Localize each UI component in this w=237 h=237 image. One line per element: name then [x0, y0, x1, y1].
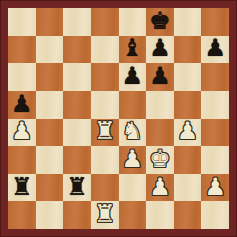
square-g2[interactable]: [174, 174, 202, 202]
white-pawn[interactable]: ♟: [149, 175, 171, 199]
square-e8[interactable]: [119, 8, 147, 36]
square-f1[interactable]: [146, 201, 174, 229]
square-g3[interactable]: [174, 146, 202, 174]
square-d2[interactable]: [91, 174, 119, 202]
square-a2[interactable]: ♜: [8, 174, 36, 202]
square-g1[interactable]: [174, 201, 202, 229]
square-c4[interactable]: [63, 119, 91, 147]
white-pawn[interactable]: ♟: [11, 119, 33, 143]
square-g7[interactable]: [174, 36, 202, 64]
square-d4[interactable]: ♜: [91, 119, 119, 147]
square-d3[interactable]: [91, 146, 119, 174]
square-f7[interactable]: ♟: [146, 36, 174, 64]
square-c5[interactable]: [63, 91, 91, 119]
square-e5[interactable]: [119, 91, 147, 119]
square-b5[interactable]: [36, 91, 64, 119]
square-f8[interactable]: ♚: [146, 8, 174, 36]
square-a1[interactable]: [8, 201, 36, 229]
black-pawn[interactable]: ♟: [11, 92, 33, 116]
square-d6[interactable]: [91, 63, 119, 91]
square-h2[interactable]: ♟: [201, 174, 229, 202]
square-a6[interactable]: [8, 63, 36, 91]
square-a8[interactable]: [8, 8, 36, 36]
square-c1[interactable]: [63, 201, 91, 229]
square-e1[interactable]: [119, 201, 147, 229]
black-pawn[interactable]: ♟: [122, 64, 144, 88]
square-b4[interactable]: [36, 119, 64, 147]
square-b8[interactable]: [36, 8, 64, 36]
black-rook[interactable]: ♜: [66, 175, 88, 199]
square-e4[interactable]: ♞: [119, 119, 147, 147]
white-pawn[interactable]: ♟: [204, 175, 226, 199]
square-e2[interactable]: [119, 174, 147, 202]
square-h6[interactable]: [201, 63, 229, 91]
white-rook[interactable]: ♜: [94, 119, 116, 143]
square-d8[interactable]: [91, 8, 119, 36]
square-g6[interactable]: [174, 63, 202, 91]
black-pawn[interactable]: ♟: [149, 36, 171, 60]
black-pawn[interactable]: ♟: [204, 36, 226, 60]
square-g8[interactable]: [174, 8, 202, 36]
square-a3[interactable]: [8, 146, 36, 174]
square-c8[interactable]: [63, 8, 91, 36]
square-c3[interactable]: [63, 146, 91, 174]
square-d1[interactable]: ♜: [91, 201, 119, 229]
square-h1[interactable]: [201, 201, 229, 229]
chess-board: ♚♝♟♟♟♟♟♟♜♞♟♟♚♜♜♟♟♜: [8, 8, 229, 229]
square-e3[interactable]: ♟: [119, 146, 147, 174]
black-king[interactable]: ♚: [149, 9, 171, 33]
square-a5[interactable]: ♟: [8, 91, 36, 119]
board-frame: ♚♝♟♟♟♟♟♟♜♞♟♟♚♜♜♟♟♜: [0, 0, 237, 237]
square-a7[interactable]: [8, 36, 36, 64]
square-h4[interactable]: [201, 119, 229, 147]
square-d5[interactable]: [91, 91, 119, 119]
white-rook[interactable]: ♜: [94, 202, 116, 226]
white-pawn[interactable]: ♟: [122, 147, 144, 171]
square-e7[interactable]: ♝: [119, 36, 147, 64]
square-h5[interactable]: [201, 91, 229, 119]
white-knight[interactable]: ♞: [122, 119, 144, 143]
square-f3[interactable]: ♚: [146, 146, 174, 174]
square-e6[interactable]: ♟: [119, 63, 147, 91]
square-c6[interactable]: [63, 63, 91, 91]
square-b7[interactable]: [36, 36, 64, 64]
square-g5[interactable]: [174, 91, 202, 119]
square-h7[interactable]: ♟: [201, 36, 229, 64]
white-pawn[interactable]: ♟: [177, 119, 199, 143]
black-pawn[interactable]: ♟: [149, 64, 171, 88]
square-b2[interactable]: [36, 174, 64, 202]
white-king[interactable]: ♚: [149, 147, 171, 171]
square-a4[interactable]: ♟: [8, 119, 36, 147]
black-rook[interactable]: ♜: [11, 175, 33, 199]
black-bishop[interactable]: ♝: [122, 36, 144, 60]
square-f4[interactable]: [146, 119, 174, 147]
square-c2[interactable]: ♜: [63, 174, 91, 202]
square-b1[interactable]: [36, 201, 64, 229]
square-h8[interactable]: [201, 8, 229, 36]
square-f6[interactable]: ♟: [146, 63, 174, 91]
square-f5[interactable]: [146, 91, 174, 119]
square-b6[interactable]: [36, 63, 64, 91]
square-h3[interactable]: [201, 146, 229, 174]
square-f2[interactable]: ♟: [146, 174, 174, 202]
square-g4[interactable]: ♟: [174, 119, 202, 147]
square-c7[interactable]: [63, 36, 91, 64]
square-b3[interactable]: [36, 146, 64, 174]
square-d7[interactable]: [91, 36, 119, 64]
